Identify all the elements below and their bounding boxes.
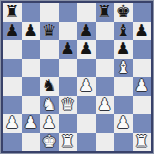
square-h6[interactable] xyxy=(133,40,152,59)
black-bishop: ♝ xyxy=(116,22,131,39)
white-bishop: ♝ xyxy=(116,59,131,76)
square-h1[interactable]: ♜ xyxy=(133,133,152,152)
black-pawn: ♟ xyxy=(134,22,149,39)
square-g6[interactable]: ♟ xyxy=(114,40,133,59)
square-h4[interactable]: ♟ xyxy=(133,77,152,96)
black-king: ♚ xyxy=(116,4,131,21)
square-b7[interactable]: ♟ xyxy=(22,22,41,41)
square-d5[interactable] xyxy=(59,59,78,78)
square-h5[interactable] xyxy=(133,59,152,78)
black-pawn: ♟ xyxy=(79,22,94,39)
square-f5[interactable] xyxy=(96,59,115,78)
white-queen: ♛ xyxy=(60,96,75,113)
square-e5[interactable] xyxy=(77,59,96,78)
square-g8[interactable]: ♚ xyxy=(114,3,133,22)
square-d1[interactable]: ♜ xyxy=(59,133,78,152)
square-c6[interactable] xyxy=(40,40,59,59)
black-knight: ♞ xyxy=(42,78,57,95)
square-e6[interactable]: ♟ xyxy=(77,40,96,59)
square-g7[interactable]: ♝ xyxy=(114,22,133,41)
square-e4[interactable]: ♟ xyxy=(77,77,96,96)
square-c3[interactable]: ♞ xyxy=(40,96,59,115)
white-rook: ♜ xyxy=(134,133,149,150)
black-pawn: ♟ xyxy=(5,22,20,39)
chess-board: ♜♜♚♟♟♛♟♝♟♟♟♟♝♞♟♟♞♛♟♟♟♟♟♚♜♜ xyxy=(3,3,151,151)
square-h7[interactable]: ♟ xyxy=(133,22,152,41)
chess-board-frame: ♜♜♚♟♟♛♟♝♟♟♟♟♝♞♟♟♞♛♟♟♟♟♟♚♜♜ xyxy=(0,0,154,154)
square-f3[interactable]: ♟ xyxy=(96,96,115,115)
square-e1[interactable] xyxy=(77,133,96,152)
square-a2[interactable]: ♟ xyxy=(3,114,22,133)
square-f8[interactable]: ♜ xyxy=(96,3,115,22)
square-d3[interactable]: ♛ xyxy=(59,96,78,115)
square-d2[interactable] xyxy=(59,114,78,133)
white-pawn: ♟ xyxy=(5,115,20,132)
white-pawn: ♟ xyxy=(23,115,38,132)
square-f1[interactable] xyxy=(96,133,115,152)
square-a1[interactable] xyxy=(3,133,22,152)
square-a4[interactable] xyxy=(3,77,22,96)
square-c5[interactable] xyxy=(40,59,59,78)
square-b2[interactable]: ♟ xyxy=(22,114,41,133)
square-b5[interactable] xyxy=(22,59,41,78)
square-g2[interactable]: ♟ xyxy=(114,114,133,133)
square-c8[interactable] xyxy=(40,3,59,22)
black-rook: ♜ xyxy=(97,4,112,21)
square-f7[interactable] xyxy=(96,22,115,41)
white-king: ♚ xyxy=(42,133,57,150)
square-e8[interactable] xyxy=(77,3,96,22)
square-b3[interactable] xyxy=(22,96,41,115)
square-h2[interactable] xyxy=(133,114,152,133)
black-pawn: ♟ xyxy=(23,22,38,39)
square-b4[interactable] xyxy=(22,77,41,96)
black-pawn: ♟ xyxy=(60,41,75,58)
white-pawn: ♟ xyxy=(97,96,112,113)
white-pawn: ♟ xyxy=(42,115,57,132)
square-d7[interactable] xyxy=(59,22,78,41)
square-h8[interactable] xyxy=(133,3,152,22)
white-pawn: ♟ xyxy=(79,78,94,95)
square-f4[interactable] xyxy=(96,77,115,96)
square-a5[interactable] xyxy=(3,59,22,78)
square-b6[interactable] xyxy=(22,40,41,59)
black-pawn: ♟ xyxy=(116,41,131,58)
square-g4[interactable] xyxy=(114,77,133,96)
square-a3[interactable] xyxy=(3,96,22,115)
square-c4[interactable]: ♞ xyxy=(40,77,59,96)
square-g3[interactable] xyxy=(114,96,133,115)
white-pawn: ♟ xyxy=(116,115,131,132)
square-e2[interactable] xyxy=(77,114,96,133)
square-d8[interactable] xyxy=(59,3,78,22)
square-c1[interactable]: ♚ xyxy=(40,133,59,152)
square-a6[interactable] xyxy=(3,40,22,59)
white-pawn: ♟ xyxy=(134,78,149,95)
black-pawn: ♟ xyxy=(79,41,94,58)
square-e7[interactable]: ♟ xyxy=(77,22,96,41)
white-knight: ♞ xyxy=(42,96,57,113)
square-a7[interactable]: ♟ xyxy=(3,22,22,41)
black-queen: ♛ xyxy=(42,22,57,39)
square-g1[interactable] xyxy=(114,133,133,152)
square-d4[interactable] xyxy=(59,77,78,96)
square-d6[interactable]: ♟ xyxy=(59,40,78,59)
black-rook: ♜ xyxy=(5,4,20,21)
square-f6[interactable] xyxy=(96,40,115,59)
square-h3[interactable] xyxy=(133,96,152,115)
square-e3[interactable] xyxy=(77,96,96,115)
square-b8[interactable] xyxy=(22,3,41,22)
square-c7[interactable]: ♛ xyxy=(40,22,59,41)
square-g5[interactable]: ♝ xyxy=(114,59,133,78)
square-f2[interactable] xyxy=(96,114,115,133)
square-b1[interactable] xyxy=(22,133,41,152)
square-a8[interactable]: ♜ xyxy=(3,3,22,22)
square-c2[interactable]: ♟ xyxy=(40,114,59,133)
white-rook: ♜ xyxy=(60,133,75,150)
